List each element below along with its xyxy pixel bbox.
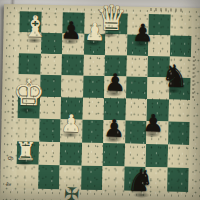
border-print-marking [150,8,184,12]
white-bishop-a7[interactable]: ♝ [22,12,49,42]
chess-board: ♛♝♟♟♟♟♞♚♟♟♟♜♞ 6 4 ✠ [0,4,200,200]
black-pawn-glyph: ♟ [60,16,82,44]
white-king-glyph: ♚ [12,72,45,114]
black-pawn-glyph: ♟ [132,19,154,47]
black-pawn-glyph: ♟ [104,69,126,97]
black-pawn-g3[interactable]: ♟ [142,111,164,135]
white-rook-a2[interactable]: ♜ [14,138,37,163]
white-king-a4[interactable]: ♚ [12,75,45,112]
border-print-marking [192,56,195,98]
photo-scene: ♛♝♟♟♟♟♞♚♟♟♟♜♞ 6 4 ✠ [0,0,200,200]
black-knight-glyph: ♞ [161,57,190,94]
black-knight-glyph: ♞ [126,162,155,199]
black-pawn-glyph: ♟ [142,109,164,137]
white-pawn-c3[interactable]: ♟ [60,111,82,135]
white-pawn-glyph: ♟ [84,18,106,46]
rank-label: 4 [3,181,11,186]
white-rook-glyph: ♜ [14,136,37,165]
white-pawn-glyph: ♟ [60,109,82,137]
black-pawn-e5[interactable]: ♟ [104,71,126,95]
white-bishop-glyph: ♝ [22,9,49,44]
black-knight-f1[interactable]: ♞ [126,165,154,197]
black-pawn-e3[interactable]: ♟ [103,116,125,140]
black-pawn-f7[interactable]: ♟ [132,21,154,45]
black-pawn-c7[interactable]: ♟ [60,18,82,42]
board-logo-emblem: ✠ [63,183,79,200]
pieces-layer: ♛♝♟♟♟♟♞♚♟♟♟♜♞ [16,11,192,192]
black-knight-h5[interactable]: ♞ [161,60,189,92]
border-print-marking [12,94,15,118]
rank-label: 6 [6,156,14,161]
black-pawn-glyph: ♟ [103,114,125,142]
white-pawn-d7[interactable]: ♟ [84,20,106,44]
